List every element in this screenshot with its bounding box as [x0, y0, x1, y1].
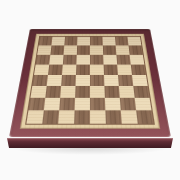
square-r5c3-walnut: [61, 75, 76, 86]
square-r2c7-maple: [116, 45, 130, 54]
square-r8c1-maple: [26, 110, 43, 123]
square-r4c1-maple: [34, 65, 49, 75]
square-r6c6-walnut: [104, 86, 119, 98]
square-r7c3-walnut: [59, 98, 75, 111]
square-r6c4-walnut: [75, 86, 90, 98]
square-r6c1-maple: [30, 86, 46, 98]
square-r8c6-walnut: [105, 110, 121, 123]
square-r1c7-walnut: [115, 37, 129, 46]
square-r6c3-maple: [60, 86, 75, 98]
square-r4c4-walnut: [76, 65, 90, 75]
square-r1c4-maple: [77, 37, 90, 46]
square-r1c5-walnut: [90, 37, 103, 46]
square-r4c3-maple: [62, 65, 76, 75]
square-r8c7-maple: [121, 110, 138, 123]
square-r1c1-walnut: [39, 37, 53, 46]
square-r5c7-walnut: [118, 75, 133, 86]
square-r7c5-walnut: [90, 98, 105, 111]
square-r5c5-walnut: [90, 75, 104, 86]
square-r5c8-maple: [132, 75, 148, 86]
square-r6c7-maple: [119, 86, 135, 98]
square-r3c1-walnut: [36, 55, 51, 65]
square-r4c5-maple: [90, 65, 104, 75]
square-r8c5-maple: [90, 110, 106, 123]
square-r2c5-maple: [90, 45, 103, 54]
square-r3c6-maple: [103, 55, 117, 65]
square-r6c8-walnut: [133, 86, 149, 98]
square-r4c7-maple: [117, 65, 132, 75]
square-r1c6-maple: [103, 37, 116, 46]
square-r1c8-maple: [128, 37, 142, 46]
square-r3c4-maple: [76, 55, 90, 65]
square-r8c4-walnut: [74, 110, 90, 123]
square-r7c8-maple: [135, 98, 152, 111]
square-r7c6-maple: [105, 98, 121, 111]
square-r8c8-walnut: [136, 110, 153, 123]
square-r3c5-walnut: [90, 55, 104, 65]
square-r2c6-walnut: [103, 45, 117, 54]
square-r1c3-walnut: [64, 37, 77, 46]
square-r7c2-maple: [44, 98, 60, 111]
square-r5c1-walnut: [32, 75, 48, 86]
square-r8c3-maple: [58, 110, 74, 123]
square-r4c8-walnut: [131, 65, 146, 75]
square-r1c2-maple: [51, 37, 65, 46]
square-r5c2-maple: [47, 75, 62, 86]
square-r2c2-walnut: [50, 45, 64, 54]
square-r6c5-maple: [90, 86, 105, 98]
square-r7c4-maple: [75, 98, 90, 111]
square-r7c1-walnut: [28, 98, 45, 111]
board-grid: [26, 37, 153, 124]
square-r2c8-walnut: [129, 45, 143, 54]
square-r2c1-maple: [37, 45, 51, 54]
square-r2c4-walnut: [77, 45, 90, 54]
square-r4c2-walnut: [48, 65, 63, 75]
square-r3c3-walnut: [63, 55, 77, 65]
square-r7c7-walnut: [120, 98, 136, 111]
board-frame-mahogany: [9, 29, 171, 137]
board-side-edge: [7, 138, 173, 148]
square-r4c6-walnut: [104, 65, 118, 75]
square-r5c4-maple: [76, 75, 90, 86]
square-r5c6-maple: [104, 75, 119, 86]
square-r3c7-walnut: [116, 55, 130, 65]
square-r6c2-walnut: [45, 86, 61, 98]
square-r2c3-maple: [64, 45, 78, 54]
square-r3c2-maple: [49, 55, 63, 65]
chess-board: [9, 29, 171, 137]
square-r8c2-walnut: [42, 110, 59, 123]
square-r3c8-maple: [130, 55, 145, 65]
photo-background: [0, 0, 180, 180]
board-border-maple: [20, 34, 160, 129]
